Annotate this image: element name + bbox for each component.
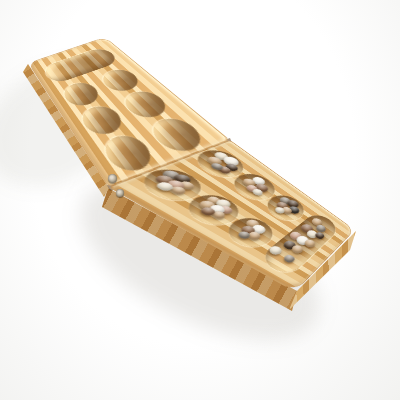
pit-far-r1c2[interactable] [118, 88, 173, 122]
photo-stage [0, 0, 400, 400]
pit-far-r2c2[interactable] [77, 102, 129, 139]
stone [282, 253, 297, 264]
hinge-knuckle-icon [116, 189, 124, 197]
pit-far-r1c3[interactable] [97, 66, 145, 95]
pit-far-r2c3[interactable] [60, 79, 105, 109]
hinge-knuckle-icon [108, 174, 117, 183]
stone [267, 244, 284, 256]
stone [314, 231, 326, 240]
